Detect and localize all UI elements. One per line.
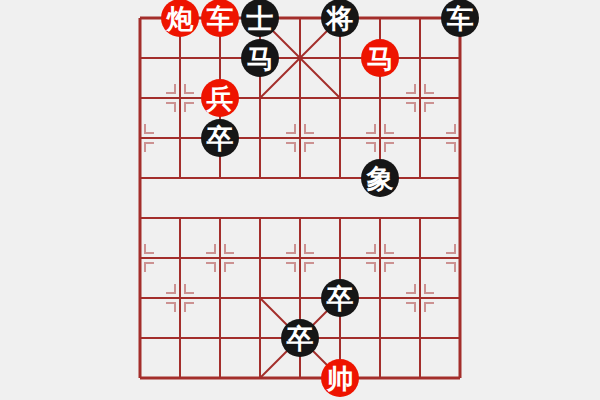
point-c4r4[interactable] <box>240 118 280 158</box>
point-c7r10[interactable] <box>360 358 400 398</box>
point-c6r3[interactable] <box>320 78 360 118</box>
point-c7r7[interactable] <box>360 238 400 278</box>
point-c9r2[interactable] <box>440 38 480 78</box>
point-c6r4[interactable] <box>320 118 360 158</box>
point-c2r5[interactable] <box>160 158 200 198</box>
point-c8r8[interactable] <box>400 278 440 318</box>
point-c2r3[interactable] <box>160 78 200 118</box>
point-c3r5[interactable] <box>200 158 240 198</box>
point-c1r4[interactable] <box>120 118 160 158</box>
point-c7r9[interactable] <box>360 318 400 358</box>
point-c7r6[interactable] <box>360 198 400 238</box>
point-c2r6[interactable] <box>160 198 200 238</box>
point-c4r2[interactable]: 马 <box>240 38 280 78</box>
point-c1r9[interactable] <box>120 318 160 358</box>
point-c6r10[interactable]: 帅 <box>320 358 360 398</box>
point-c4r9[interactable] <box>240 318 280 358</box>
board-points: 炮车士将车马马兵卒象卒卒帅 <box>120 0 480 398</box>
point-c3r8[interactable] <box>200 278 240 318</box>
point-c7r8[interactable] <box>360 278 400 318</box>
point-c4r6[interactable] <box>240 198 280 238</box>
black-horse[interactable]: 马 <box>241 39 279 77</box>
point-c9r6[interactable] <box>440 198 480 238</box>
point-c9r9[interactable] <box>440 318 480 358</box>
point-c9r5[interactable] <box>440 158 480 198</box>
black-soldier-c[interactable]: 卒 <box>281 319 319 357</box>
point-c1r6[interactable] <box>120 198 160 238</box>
point-c8r4[interactable] <box>400 118 440 158</box>
point-c9r1[interactable]: 车 <box>440 0 480 38</box>
point-c7r4[interactable] <box>360 118 400 158</box>
point-c8r10[interactable] <box>400 358 440 398</box>
point-c2r10[interactable] <box>160 358 200 398</box>
point-c1r2[interactable] <box>120 38 160 78</box>
point-c6r5[interactable] <box>320 158 360 198</box>
point-c1r7[interactable] <box>120 238 160 278</box>
point-c8r2[interactable] <box>400 38 440 78</box>
point-c2r7[interactable] <box>160 238 200 278</box>
point-c2r2[interactable] <box>160 38 200 78</box>
point-c6r2[interactable] <box>320 38 360 78</box>
point-c5r1[interactable] <box>280 0 320 38</box>
point-c1r5[interactable] <box>120 158 160 198</box>
point-c7r3[interactable] <box>360 78 400 118</box>
point-c8r5[interactable] <box>400 158 440 198</box>
point-c5r3[interactable] <box>280 78 320 118</box>
point-c6r6[interactable] <box>320 198 360 238</box>
point-c1r1[interactable] <box>120 0 160 38</box>
red-horse[interactable]: 马 <box>361 39 399 77</box>
xiangqi-board: 炮车士将车马马兵卒象卒卒帅 <box>0 0 600 400</box>
black-elephant[interactable]: 象 <box>361 159 399 197</box>
point-c3r6[interactable] <box>200 198 240 238</box>
point-c3r1[interactable]: 车 <box>200 0 240 38</box>
red-soldier[interactable]: 兵 <box>201 79 239 117</box>
point-c4r8[interactable] <box>240 278 280 318</box>
black-soldier-a[interactable]: 卒 <box>201 119 239 157</box>
red-chariot[interactable]: 车 <box>201 0 239 37</box>
black-general[interactable]: 将 <box>321 0 359 37</box>
point-c1r8[interactable] <box>120 278 160 318</box>
red-cannon[interactable]: 炮 <box>161 0 199 37</box>
point-c5r7[interactable] <box>280 238 320 278</box>
point-c8r6[interactable] <box>400 198 440 238</box>
point-c3r10[interactable] <box>200 358 240 398</box>
black-soldier-b[interactable]: 卒 <box>321 279 359 317</box>
black-chariot[interactable]: 车 <box>441 0 479 37</box>
point-c7r1[interactable] <box>360 0 400 38</box>
point-c1r3[interactable] <box>120 78 160 118</box>
point-c5r2[interactable] <box>280 38 320 78</box>
point-c3r9[interactable] <box>200 318 240 358</box>
point-c6r9[interactable] <box>320 318 360 358</box>
point-c6r8[interactable]: 卒 <box>320 278 360 318</box>
red-general[interactable]: 帅 <box>321 359 359 397</box>
point-c2r1[interactable]: 炮 <box>160 0 200 38</box>
point-c8r9[interactable] <box>400 318 440 358</box>
point-c9r4[interactable] <box>440 118 480 158</box>
point-c3r3[interactable]: 兵 <box>200 78 240 118</box>
point-c5r4[interactable] <box>280 118 320 158</box>
point-c7r2[interactable]: 马 <box>360 38 400 78</box>
point-c5r10[interactable] <box>280 358 320 398</box>
point-c3r7[interactable] <box>200 238 240 278</box>
point-c3r4[interactable]: 卒 <box>200 118 240 158</box>
point-c5r8[interactable] <box>280 278 320 318</box>
point-c5r5[interactable] <box>280 158 320 198</box>
point-c7r5[interactable]: 象 <box>360 158 400 198</box>
black-advisor[interactable]: 士 <box>241 0 279 37</box>
point-c4r5[interactable] <box>240 158 280 198</box>
point-c9r3[interactable] <box>440 78 480 118</box>
point-c6r1[interactable]: 将 <box>320 0 360 38</box>
point-c8r3[interactable] <box>400 78 440 118</box>
point-c2r4[interactable] <box>160 118 200 158</box>
point-c4r7[interactable] <box>240 238 280 278</box>
point-c3r2[interactable] <box>200 38 240 78</box>
point-c2r9[interactable] <box>160 318 200 358</box>
point-c4r1[interactable]: 士 <box>240 0 280 38</box>
point-c9r8[interactable] <box>440 278 480 318</box>
point-c9r7[interactable] <box>440 238 480 278</box>
point-c2r8[interactable] <box>160 278 200 318</box>
point-c4r10[interactable] <box>240 358 280 398</box>
point-c5r6[interactable] <box>280 198 320 238</box>
point-c1r10[interactable] <box>120 358 160 398</box>
point-c8r7[interactable] <box>400 238 440 278</box>
point-c8r1[interactable] <box>400 0 440 38</box>
point-c4r3[interactable] <box>240 78 280 118</box>
point-c9r10[interactable] <box>440 358 480 398</box>
point-c6r7[interactable] <box>320 238 360 278</box>
point-c5r9[interactable]: 卒 <box>280 318 320 358</box>
